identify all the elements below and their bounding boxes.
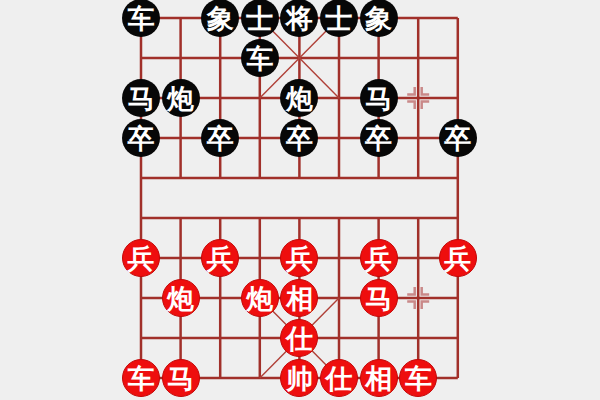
piece-black-soldier[interactable]: 卒 (360, 119, 398, 157)
piece-red-chariot[interactable]: 车 (399, 359, 437, 397)
piece-red-horse[interactable]: 马 (162, 359, 200, 397)
piece-black-soldier[interactable]: 卒 (201, 119, 239, 157)
piece-black-general[interactable]: 将 (280, 0, 318, 37)
piece-black-soldier[interactable]: 卒 (122, 119, 160, 157)
piece-black-elephant[interactable]: 象 (360, 0, 398, 37)
piece-red-cannon[interactable]: 炮 (241, 279, 279, 317)
piece-black-chariot[interactable]: 车 (241, 39, 279, 77)
piece-red-horse[interactable]: 马 (360, 279, 398, 317)
piece-black-horse[interactable]: 马 (360, 79, 398, 117)
piece-red-cannon[interactable]: 炮 (162, 279, 200, 317)
piece-black-advisor[interactable]: 士 (241, 0, 279, 37)
piece-red-general[interactable]: 帅 (280, 359, 318, 397)
piece-black-cannon[interactable]: 炮 (280, 79, 318, 117)
piece-black-soldier[interactable]: 卒 (280, 119, 318, 157)
piece-red-elephant[interactable]: 相 (280, 279, 318, 317)
piece-red-soldier[interactable]: 兵 (280, 239, 318, 277)
piece-red-soldier[interactable]: 兵 (122, 239, 160, 277)
piece-red-advisor[interactable]: 仕 (320, 359, 358, 397)
piece-red-soldier[interactable]: 兵 (360, 239, 398, 277)
piece-black-chariot[interactable]: 车 (122, 0, 160, 37)
piece-black-advisor[interactable]: 士 (320, 0, 358, 37)
xiangqi-board[interactable]: 车象士将士象车马炮炮马卒卒卒卒卒兵兵兵兵兵炮炮相马仕车马帅仕相车 (0, 0, 600, 400)
piece-black-horse[interactable]: 马 (122, 79, 160, 117)
piece-black-cannon[interactable]: 炮 (162, 79, 200, 117)
piece-red-soldier[interactable]: 兵 (201, 239, 239, 277)
piece-red-soldier[interactable]: 兵 (439, 239, 477, 277)
piece-red-chariot[interactable]: 车 (122, 359, 160, 397)
piece-black-elephant[interactable]: 象 (201, 0, 239, 37)
piece-black-soldier[interactable]: 卒 (439, 119, 477, 157)
piece-red-advisor[interactable]: 仕 (280, 319, 318, 357)
piece-red-elephant[interactable]: 相 (360, 359, 398, 397)
